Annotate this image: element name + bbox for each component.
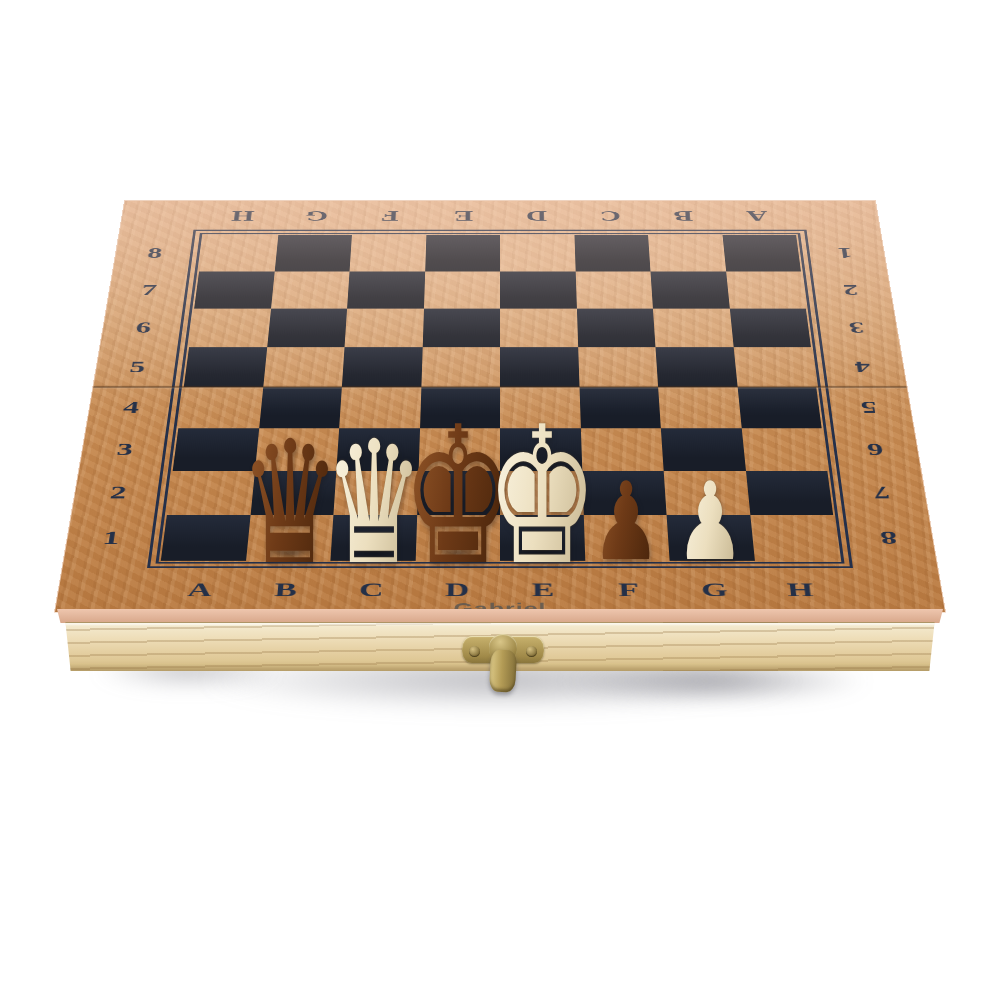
rank-label-right-1: 1 <box>837 246 854 261</box>
file-label-top-B: B <box>673 209 693 223</box>
file-label-bottom-A: A <box>186 580 213 600</box>
square-a7[interactable] <box>194 271 274 308</box>
square-g6[interactable] <box>653 309 733 348</box>
latch-screw-left <box>469 646 480 657</box>
file-label-top-G: G <box>305 209 329 223</box>
square-c7[interactable] <box>347 271 425 308</box>
rank-label-left-1: 1 <box>102 528 121 547</box>
file-label-top-D: D <box>526 209 547 223</box>
square-b5[interactable] <box>263 347 345 387</box>
square-a5[interactable] <box>184 347 267 387</box>
rank-label-left-7: 7 <box>141 282 158 297</box>
square-f6[interactable] <box>576 309 655 348</box>
file-label-top-E: E <box>454 209 473 223</box>
file-label-top-C: C <box>599 209 621 223</box>
latch-screw-right <box>526 646 537 657</box>
square-g7[interactable] <box>650 271 729 308</box>
black-pawn-f1[interactable]: ♟ <box>591 468 661 576</box>
square-f8[interactable] <box>574 235 650 271</box>
square-c8[interactable] <box>350 235 426 271</box>
product-photo: AH81BG72CF63DE54ED45FC36GB27HA18 Gabriel… <box>0 0 1000 1000</box>
square-d7[interactable] <box>424 271 500 308</box>
square-b7[interactable] <box>271 271 350 308</box>
square-g8[interactable] <box>648 235 726 271</box>
square-d5[interactable] <box>421 347 500 387</box>
square-e6[interactable] <box>500 309 578 348</box>
rank-label-right-2: 2 <box>842 282 859 297</box>
square-d6[interactable] <box>422 309 500 348</box>
square-h4[interactable] <box>737 387 822 428</box>
rank-label-right-5: 5 <box>860 399 878 416</box>
square-h8[interactable] <box>722 235 801 271</box>
file-label-top-H: H <box>231 209 255 223</box>
square-h2[interactable] <box>745 471 833 515</box>
rank-label-left-6: 6 <box>135 320 153 336</box>
rank-label-left-4: 4 <box>122 399 140 416</box>
file-label-top-F: F <box>381 209 399 223</box>
rank-label-right-6: 6 <box>866 440 885 458</box>
rank-label-left-5: 5 <box>129 359 147 375</box>
rank-label-right-8: 8 <box>879 528 898 547</box>
square-b6[interactable] <box>267 309 347 348</box>
square-c5[interactable] <box>342 347 422 387</box>
rank-label-left-3: 3 <box>116 440 135 458</box>
square-a8[interactable] <box>199 235 278 271</box>
square-f5[interactable] <box>578 347 658 387</box>
file-label-top-A: A <box>746 209 769 223</box>
latch-hook <box>489 649 517 692</box>
square-c6[interactable] <box>345 309 424 348</box>
rank-label-left-2: 2 <box>109 484 128 502</box>
square-a1[interactable] <box>161 515 250 561</box>
board-front-edge <box>57 609 943 623</box>
square-h6[interactable] <box>729 309 811 348</box>
brass-latch <box>462 634 544 696</box>
square-g5[interactable] <box>655 347 737 387</box>
square-h1[interactable] <box>750 515 839 561</box>
rank-label-left-8: 8 <box>146 246 163 261</box>
square-e7[interactable] <box>500 271 576 308</box>
white-king-e1[interactable]: ♚ <box>486 402 598 592</box>
white-pawn-g1[interactable]: ♟ <box>675 468 745 576</box>
rank-label-right-7: 7 <box>872 484 891 502</box>
square-f7[interactable] <box>575 271 653 308</box>
square-b8[interactable] <box>274 235 352 271</box>
rank-label-right-4: 4 <box>854 359 872 375</box>
square-d8[interactable] <box>425 235 500 271</box>
square-a6[interactable] <box>189 309 271 348</box>
square-e8[interactable] <box>500 235 575 271</box>
square-e5[interactable] <box>500 347 579 387</box>
square-h7[interactable] <box>726 271 806 308</box>
file-label-bottom-H: H <box>786 580 815 600</box>
square-h5[interactable] <box>733 347 816 387</box>
rank-label-right-3: 3 <box>848 320 866 336</box>
square-h3[interactable] <box>741 428 827 471</box>
square-g4[interactable] <box>658 387 741 428</box>
